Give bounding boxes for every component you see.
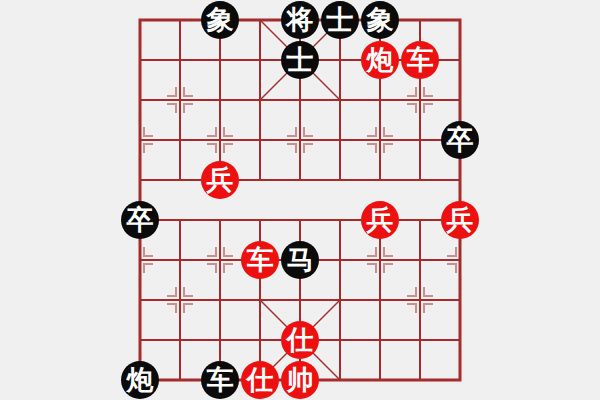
intersection-8-1[interactable]	[440, 40, 480, 80]
red-advisor[interactable]: 仕	[241, 361, 279, 399]
intersection-5-8[interactable]	[320, 320, 360, 360]
intersection-0-3[interactable]	[120, 120, 160, 160]
intersection-3-1[interactable]	[240, 40, 280, 80]
intersection-2-3[interactable]	[200, 120, 240, 160]
intersection-5-5[interactable]	[320, 200, 360, 240]
intersection-4-7[interactable]	[280, 280, 320, 320]
intersection-4-8[interactable]: 仕	[280, 320, 320, 360]
black-pawn[interactable]: 卒	[441, 121, 479, 159]
intersection-1-0[interactable]	[160, 0, 200, 40]
intersection-6-1[interactable]: 炮	[360, 40, 400, 80]
intersection-6-0[interactable]: 象	[360, 0, 400, 40]
intersection-5-7[interactable]	[320, 280, 360, 320]
intersection-0-6[interactable]	[120, 240, 160, 280]
intersection-3-2[interactable]	[240, 80, 280, 120]
intersection-8-6[interactable]	[440, 240, 480, 280]
intersection-4-9[interactable]: 帅	[280, 360, 320, 400]
intersection-4-0[interactable]: 将	[280, 0, 320, 40]
black-elephant[interactable]: 象	[361, 1, 399, 39]
black-elephant[interactable]: 象	[201, 1, 239, 39]
intersection-4-6[interactable]: 马	[280, 240, 320, 280]
intersection-2-1[interactable]	[200, 40, 240, 80]
red-pawn[interactable]: 兵	[201, 161, 239, 199]
intersection-7-5[interactable]	[400, 200, 440, 240]
intersection-6-4[interactable]	[360, 160, 400, 200]
intersection-8-3[interactable]: 卒	[440, 120, 480, 160]
intersection-0-5[interactable]: 卒	[120, 200, 160, 240]
intersection-5-0[interactable]: 士	[320, 0, 360, 40]
intersection-7-6[interactable]	[400, 240, 440, 280]
intersection-7-7[interactable]	[400, 280, 440, 320]
intersection-2-8[interactable]	[200, 320, 240, 360]
intersection-8-7[interactable]	[440, 280, 480, 320]
black-advisor[interactable]: 士	[321, 1, 359, 39]
black-advisor[interactable]: 士	[281, 41, 319, 79]
intersection-0-0[interactable]	[120, 0, 160, 40]
intersection-8-8[interactable]	[440, 320, 480, 360]
intersection-7-1[interactable]: 车	[400, 40, 440, 80]
intersection-1-9[interactable]	[160, 360, 200, 400]
intersection-6-6[interactable]	[360, 240, 400, 280]
intersection-0-9[interactable]: 炮	[120, 360, 160, 400]
intersection-7-3[interactable]	[400, 120, 440, 160]
black-horse[interactable]: 马	[281, 241, 319, 279]
intersection-2-5[interactable]	[200, 200, 240, 240]
intersection-7-8[interactable]	[400, 320, 440, 360]
intersection-1-6[interactable]	[160, 240, 200, 280]
intersection-7-9[interactable]	[400, 360, 440, 400]
intersection-1-3[interactable]	[160, 120, 200, 160]
intersection-0-7[interactable]	[120, 280, 160, 320]
intersection-0-8[interactable]	[120, 320, 160, 360]
intersection-2-4[interactable]: 兵	[200, 160, 240, 200]
black-general[interactable]: 将	[281, 1, 319, 39]
black-cannon[interactable]: 炮	[121, 361, 159, 399]
intersection-2-9[interactable]: 车	[200, 360, 240, 400]
intersection-8-2[interactable]	[440, 80, 480, 120]
red-general[interactable]: 帅	[281, 361, 319, 399]
intersection-0-2[interactable]	[120, 80, 160, 120]
intersection-4-2[interactable]	[280, 80, 320, 120]
intersection-7-2[interactable]	[400, 80, 440, 120]
intersection-4-4[interactable]	[280, 160, 320, 200]
red-pawn[interactable]: 兵	[441, 201, 479, 239]
red-pawn[interactable]: 兵	[361, 201, 399, 239]
black-pawn[interactable]: 卒	[121, 201, 159, 239]
intersection-0-4[interactable]	[120, 160, 160, 200]
intersection-1-4[interactable]	[160, 160, 200, 200]
intersection-3-5[interactable]	[240, 200, 280, 240]
intersection-7-0[interactable]	[400, 0, 440, 40]
black-chariot[interactable]: 车	[201, 361, 239, 399]
intersection-3-6[interactable]: 车	[240, 240, 280, 280]
board-intersections: 象将士象士炮车卒兵卒兵兵车马仕炮车仕帅	[120, 0, 480, 400]
intersection-5-2[interactable]	[320, 80, 360, 120]
intersection-7-4[interactable]	[400, 160, 440, 200]
intersection-3-0[interactable]	[240, 0, 280, 40]
intersection-1-8[interactable]	[160, 320, 200, 360]
intersection-5-1[interactable]	[320, 40, 360, 80]
intersection-0-1[interactable]	[120, 40, 160, 80]
intersection-5-4[interactable]	[320, 160, 360, 200]
red-cannon[interactable]: 炮	[361, 41, 399, 79]
intersection-6-5[interactable]: 兵	[360, 200, 400, 240]
intersection-4-3[interactable]	[280, 120, 320, 160]
intersection-6-3[interactable]	[360, 120, 400, 160]
intersection-3-3[interactable]	[240, 120, 280, 160]
intersection-5-6[interactable]	[320, 240, 360, 280]
intersection-4-1[interactable]: 士	[280, 40, 320, 80]
intersection-1-7[interactable]	[160, 280, 200, 320]
intersection-3-8[interactable]	[240, 320, 280, 360]
intersection-6-9[interactable]	[360, 360, 400, 400]
intersection-2-0[interactable]: 象	[200, 0, 240, 40]
intersection-4-5[interactable]	[280, 200, 320, 240]
intersection-5-9[interactable]	[320, 360, 360, 400]
intersection-8-0[interactable]	[440, 0, 480, 40]
intersection-1-1[interactable]	[160, 40, 200, 80]
red-chariot[interactable]: 车	[241, 241, 279, 279]
intersection-1-2[interactable]	[160, 80, 200, 120]
red-advisor[interactable]: 仕	[281, 321, 319, 359]
intersection-8-9[interactable]	[440, 360, 480, 400]
intersection-2-7[interactable]	[200, 280, 240, 320]
xiangqi-board: 象将士象士炮车卒兵卒兵兵车马仕炮车仕帅	[0, 0, 600, 400]
intersection-2-6[interactable]	[200, 240, 240, 280]
intersection-6-2[interactable]	[360, 80, 400, 120]
intersection-6-8[interactable]	[360, 320, 400, 360]
intersection-3-9[interactable]: 仕	[240, 360, 280, 400]
intersection-6-7[interactable]	[360, 280, 400, 320]
intersection-2-2[interactable]	[200, 80, 240, 120]
intersection-8-5[interactable]: 兵	[440, 200, 480, 240]
red-chariot[interactable]: 车	[401, 41, 439, 79]
intersection-5-3[interactable]	[320, 120, 360, 160]
intersection-1-5[interactable]	[160, 200, 200, 240]
intersection-3-7[interactable]	[240, 280, 280, 320]
intersection-3-4[interactable]	[240, 160, 280, 200]
intersection-8-4[interactable]	[440, 160, 480, 200]
